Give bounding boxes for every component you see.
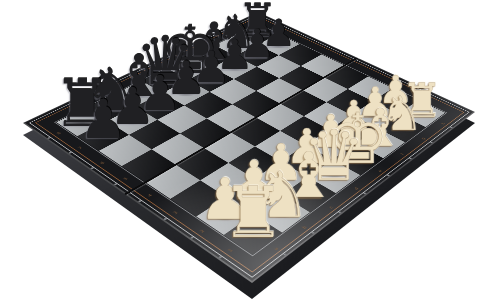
rank-coordinate-label: 2 [199, 229, 206, 233]
rank-coordinate-label: 4 [147, 193, 153, 197]
file-coordinate-label: b [301, 225, 308, 229]
chess-set-product-photo: 8a7b6c5d4e3f2g1h ♜♞♝♛♚♝♞♜♟♟♟♟♟♟♟♟♟♟♟♟♟♟♟… [0, 0, 500, 305]
rank-coordinate-label: 5 [122, 177, 128, 181]
frame-rivet [408, 157, 412, 159]
rank-coordinate-label: 6 [99, 161, 105, 165]
frame-rivet [138, 200, 142, 203]
frame-rivet [68, 152, 72, 154]
file-coordinate-label: g [420, 137, 426, 140]
file-coordinate-label: d [353, 187, 359, 191]
frame-rivet [282, 253, 286, 256]
rank-coordinate-label: 7 [77, 146, 83, 150]
file-coordinate-label: h [440, 122, 446, 125]
frame-rivet [311, 231, 315, 234]
frame-rivet [337, 211, 341, 214]
frame-rivet [449, 126, 453, 128]
rank-coordinate-label: 1 [227, 248, 234, 253]
frame-rivet [47, 137, 51, 139]
chess-board: 8a7b6c5d4e3f2g1h [23, 12, 475, 283]
frame-rivet [386, 174, 390, 176]
frame-rivet [218, 256, 222, 259]
frame-rivet [113, 183, 117, 186]
frame-rivet [429, 141, 433, 143]
frame-rivet [90, 167, 94, 169]
frame-rivet [163, 217, 167, 220]
file-coordinate-label: c [328, 205, 334, 209]
rank-coordinate-label: 8 [56, 131, 62, 134]
file-coordinate-label: e [377, 169, 383, 173]
frame-rivet [190, 236, 194, 239]
rank-coordinate-label: 3 [172, 210, 178, 214]
file-coordinate-label: a [273, 246, 280, 251]
squares-grid [56, 24, 445, 254]
frame-rivet [362, 192, 366, 195]
file-coordinate-label: f [400, 153, 405, 156]
